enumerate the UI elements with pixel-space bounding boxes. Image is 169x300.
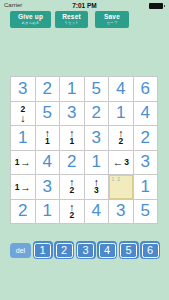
reset-button[interactable]: Reset リセット xyxy=(55,11,88,28)
cell-value: 1 xyxy=(18,128,27,148)
key-3[interactable]: 3 xyxy=(76,241,96,259)
grid-cell[interactable]: 1 xyxy=(11,126,36,151)
cell-value: 4 xyxy=(141,103,150,123)
key-3-label: 3 xyxy=(77,243,94,258)
cell-value: 2 xyxy=(141,128,150,148)
grid-cell[interactable]: 4 xyxy=(85,200,110,225)
cell-value: 5 xyxy=(141,201,150,221)
clock: 7:01 PM xyxy=(0,2,169,9)
cell-value: 3 xyxy=(116,201,125,221)
key-2[interactable]: 2 xyxy=(54,241,74,259)
candidate-1: 1 xyxy=(112,176,115,182)
grid-cell[interactable]: 3 xyxy=(85,126,110,151)
cell-value: 2 xyxy=(18,201,27,221)
grid-cell[interactable]: 2 xyxy=(11,200,36,225)
grid-cell[interactable]: 1 xyxy=(85,151,110,176)
clue-value: 1 xyxy=(15,158,20,167)
selected-empty-cell[interactable]: 12 xyxy=(109,175,134,200)
status-bar: Carrier 7:01 PM xyxy=(0,0,169,10)
clue-value: 3 xyxy=(124,158,129,167)
grid-cell[interactable]: 2 xyxy=(134,126,159,151)
right-arrow-icon: → xyxy=(20,182,31,193)
delete-button[interactable]: del xyxy=(10,243,31,258)
clue-cell: 2↓ xyxy=(11,102,36,127)
cell-value: 6 xyxy=(141,79,150,99)
cell-value: 2 xyxy=(92,103,101,123)
cell-value: 3 xyxy=(92,128,101,148)
grid-cell[interactable]: 2 xyxy=(85,102,110,127)
cell-value: 3 xyxy=(18,79,27,99)
cell-value: 4 xyxy=(92,201,101,221)
key-4[interactable]: 4 xyxy=(97,241,117,259)
grid-cell[interactable]: 1 xyxy=(109,102,134,127)
clue-value: 1 xyxy=(69,137,74,146)
clue-value: 2 xyxy=(118,137,123,146)
grid-cell[interactable]: 3 xyxy=(109,200,134,225)
grid-cell[interactable]: 5 xyxy=(85,77,110,102)
grid-cell[interactable]: 4 xyxy=(109,77,134,102)
cell-value: 1 xyxy=(141,177,150,197)
grid-cell[interactable]: 4 xyxy=(134,102,159,127)
cell-value: 3 xyxy=(43,177,52,197)
key-6[interactable]: 6 xyxy=(140,241,160,259)
key-4-label: 4 xyxy=(99,243,116,258)
clue-cell: ↑2 xyxy=(109,126,134,151)
grid-cell[interactable]: 5 xyxy=(36,102,61,127)
clue-value: 2 xyxy=(69,186,74,195)
grid-cell[interactable]: 6 xyxy=(134,77,159,102)
reset-sublabel: リセット xyxy=(64,22,78,26)
grid-cell[interactable]: 2 xyxy=(60,151,85,176)
clue-value: 3 xyxy=(94,186,99,195)
cell-value: 2 xyxy=(43,79,52,99)
give-up-label: Give up xyxy=(18,14,43,21)
down-arrow-icon: ↓ xyxy=(20,114,25,122)
cell-value: 3 xyxy=(141,152,150,172)
clue-cell: 1→ xyxy=(11,151,36,176)
grid-cell[interactable]: 2 xyxy=(36,77,61,102)
cell-value: 5 xyxy=(43,103,52,123)
give-up-sublabel: あきらめる xyxy=(22,22,40,26)
right-arrow-icon: → xyxy=(20,157,31,168)
clue-cell: ↑2 xyxy=(60,175,85,200)
cell-value: 2 xyxy=(67,152,76,172)
grid-cell[interactable]: 3 xyxy=(11,77,36,102)
give-up-button[interactable]: Give up あきらめる xyxy=(10,11,51,28)
candidate-2: 2 xyxy=(117,176,120,182)
battery-icon xyxy=(149,3,163,9)
grid-cell[interactable]: 1 xyxy=(36,200,61,225)
grid-cell[interactable]: 1 xyxy=(134,175,159,200)
save-button[interactable]: Save セーブ xyxy=(95,11,129,28)
cell-value: 4 xyxy=(116,79,125,99)
grid-cell[interactable]: 3 xyxy=(36,175,61,200)
cell-value: 1 xyxy=(116,103,125,123)
left-arrow-icon: ← xyxy=(113,157,124,168)
cell-value: 4 xyxy=(43,152,52,172)
key-5-label: 5 xyxy=(120,243,137,258)
clue-cell: ←3 xyxy=(109,151,134,176)
key-1-label: 1 xyxy=(34,243,51,258)
key-5[interactable]: 5 xyxy=(119,241,139,259)
grid-cell[interactable]: 4 xyxy=(36,151,61,176)
clue-cell: 1→ xyxy=(11,175,36,200)
grid-cell[interactable]: 3 xyxy=(134,151,159,176)
clue-value: 2 xyxy=(69,211,74,220)
cell-value: 5 xyxy=(92,79,101,99)
clue-cell: ↑1 xyxy=(60,126,85,151)
clue-cell: ↑1 xyxy=(36,126,61,151)
cell-value: 3 xyxy=(67,103,76,123)
save-label: Save xyxy=(104,14,120,21)
pencil-marks: 12 xyxy=(112,176,121,182)
reset-label: Reset xyxy=(62,14,81,21)
key-6-label: 6 xyxy=(142,243,159,258)
puzzle-grid: 3 2 1 5 4 6 2↓ 5 3 2 1 4 1 ↑1 ↑1 3 ↑2 2 … xyxy=(10,76,158,224)
key-2-label: 2 xyxy=(56,243,73,258)
grid-cell[interactable]: 1 xyxy=(60,77,85,102)
cell-value: 1 xyxy=(43,201,52,221)
key-1[interactable]: 1 xyxy=(33,241,53,259)
grid-cell[interactable]: 5 xyxy=(134,200,159,225)
clue-value: 1 xyxy=(45,137,50,146)
save-sublabel: セーブ xyxy=(107,22,118,26)
grid-cell[interactable]: 3 xyxy=(60,102,85,127)
cell-value: 1 xyxy=(67,79,76,99)
number-keypad: del 1 2 3 4 5 6 xyxy=(10,241,160,259)
clue-cell: ↑3 xyxy=(85,175,110,200)
clue-cell: ↑2 xyxy=(60,200,85,225)
clue-value: 1 xyxy=(15,183,20,192)
cell-value: 1 xyxy=(92,152,101,172)
